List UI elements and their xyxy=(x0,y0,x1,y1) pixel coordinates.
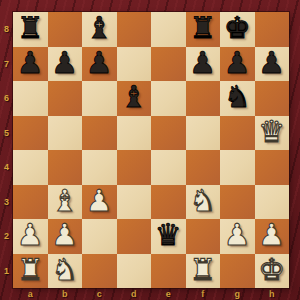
piece-black-rook[interactable]: ♜ xyxy=(17,11,44,46)
square-e8[interactable] xyxy=(151,12,186,47)
piece-black-king[interactable]: ♚ xyxy=(224,11,251,46)
file-labels: abcdefgh xyxy=(13,288,289,300)
piece-white-rook[interactable]: ♜ xyxy=(189,253,216,288)
square-h3[interactable] xyxy=(255,185,290,220)
chess-board: ♜♝♜♚♟♟♟♟♟♟♝♞♛♝♟♞♟♟♛♟♟♜♞♜♚ xyxy=(13,12,289,288)
piece-white-pawn[interactable]: ♟ xyxy=(258,218,285,253)
square-a8[interactable]: ♜ xyxy=(13,12,48,47)
square-h4[interactable] xyxy=(255,150,290,185)
square-b1[interactable]: ♞ xyxy=(48,254,83,289)
piece-white-knight[interactable]: ♞ xyxy=(189,184,216,219)
rank-labels: 87654321 xyxy=(0,12,13,288)
square-b3[interactable]: ♝ xyxy=(48,185,83,220)
rank-label-6: 6 xyxy=(0,81,13,116)
rank-label-3: 3 xyxy=(0,185,13,220)
square-e4[interactable] xyxy=(151,150,186,185)
piece-black-pawn[interactable]: ♟ xyxy=(17,46,44,81)
piece-black-pawn[interactable]: ♟ xyxy=(189,46,216,81)
square-h8[interactable] xyxy=(255,12,290,47)
file-label-b: b xyxy=(48,288,83,300)
square-e7[interactable] xyxy=(151,47,186,82)
piece-white-queen[interactable]: ♛ xyxy=(258,115,285,150)
square-a3[interactable] xyxy=(13,185,48,220)
square-f4[interactable] xyxy=(186,150,221,185)
square-b6[interactable] xyxy=(48,81,83,116)
square-f3[interactable]: ♞ xyxy=(186,185,221,220)
square-d6[interactable]: ♝ xyxy=(117,81,152,116)
square-c7[interactable]: ♟ xyxy=(82,47,117,82)
rank-label-8: 8 xyxy=(0,12,13,47)
piece-white-pawn[interactable]: ♟ xyxy=(51,218,78,253)
square-h6[interactable] xyxy=(255,81,290,116)
rank-label-7: 7 xyxy=(0,47,13,82)
file-label-g: g xyxy=(220,288,255,300)
square-d5[interactable] xyxy=(117,116,152,151)
square-g5[interactable] xyxy=(220,116,255,151)
square-a2[interactable]: ♟ xyxy=(13,219,48,254)
square-c4[interactable] xyxy=(82,150,117,185)
chess-board-frame: 87654321 abcdefgh ♜♝♜♚♟♟♟♟♟♟♝♞♛♝♟♞♟♟♛♟♟♜… xyxy=(0,0,300,300)
rank-label-5: 5 xyxy=(0,116,13,151)
square-f7[interactable]: ♟ xyxy=(186,47,221,82)
file-label-d: d xyxy=(117,288,152,300)
piece-black-knight[interactable]: ♞ xyxy=(224,80,251,115)
square-b2[interactable]: ♟ xyxy=(48,219,83,254)
square-g6[interactable]: ♞ xyxy=(220,81,255,116)
square-g4[interactable] xyxy=(220,150,255,185)
square-b5[interactable] xyxy=(48,116,83,151)
square-a6[interactable] xyxy=(13,81,48,116)
square-b4[interactable] xyxy=(48,150,83,185)
square-h1[interactable]: ♚ xyxy=(255,254,290,289)
square-h2[interactable]: ♟ xyxy=(255,219,290,254)
square-b8[interactable] xyxy=(48,12,83,47)
piece-black-pawn[interactable]: ♟ xyxy=(224,46,251,81)
square-e3[interactable] xyxy=(151,185,186,220)
square-c2[interactable] xyxy=(82,219,117,254)
square-c6[interactable] xyxy=(82,81,117,116)
square-g2[interactable]: ♟ xyxy=(220,219,255,254)
square-f2[interactable] xyxy=(186,219,221,254)
square-f6[interactable] xyxy=(186,81,221,116)
piece-white-knight[interactable]: ♞ xyxy=(51,253,78,288)
square-a4[interactable] xyxy=(13,150,48,185)
piece-white-pawn[interactable]: ♟ xyxy=(17,218,44,253)
square-f1[interactable]: ♜ xyxy=(186,254,221,289)
square-d2[interactable] xyxy=(117,219,152,254)
square-g8[interactable]: ♚ xyxy=(220,12,255,47)
square-b7[interactable]: ♟ xyxy=(48,47,83,82)
square-a1[interactable]: ♜ xyxy=(13,254,48,289)
square-h5[interactable]: ♛ xyxy=(255,116,290,151)
piece-black-bishop[interactable]: ♝ xyxy=(86,11,113,46)
piece-black-bishop[interactable]: ♝ xyxy=(120,80,147,115)
piece-white-pawn[interactable]: ♟ xyxy=(224,218,251,253)
piece-black-pawn[interactable]: ♟ xyxy=(86,46,113,81)
piece-black-pawn[interactable]: ♟ xyxy=(51,46,78,81)
rank-label-4: 4 xyxy=(0,150,13,185)
piece-white-bishop[interactable]: ♝ xyxy=(51,184,78,219)
file-label-e: e xyxy=(151,288,186,300)
square-c5[interactable] xyxy=(82,116,117,151)
square-e1[interactable] xyxy=(151,254,186,289)
square-c1[interactable] xyxy=(82,254,117,289)
piece-black-rook[interactable]: ♜ xyxy=(189,11,216,46)
square-d8[interactable] xyxy=(117,12,152,47)
square-g7[interactable]: ♟ xyxy=(220,47,255,82)
square-c3[interactable]: ♟ xyxy=(82,185,117,220)
piece-white-rook[interactable]: ♜ xyxy=(17,253,44,288)
square-a5[interactable] xyxy=(13,116,48,151)
square-g3[interactable] xyxy=(220,185,255,220)
file-label-h: h xyxy=(255,288,290,300)
square-g1[interactable] xyxy=(220,254,255,289)
square-d3[interactable] xyxy=(117,185,152,220)
square-d4[interactable] xyxy=(117,150,152,185)
square-e6[interactable] xyxy=(151,81,186,116)
square-f8[interactable]: ♜ xyxy=(186,12,221,47)
square-f5[interactable] xyxy=(186,116,221,151)
piece-black-queen[interactable]: ♛ xyxy=(155,218,182,253)
file-label-c: c xyxy=(82,288,117,300)
rank-label-2: 2 xyxy=(0,219,13,254)
file-label-f: f xyxy=(186,288,221,300)
file-label-a: a xyxy=(13,288,48,300)
piece-white-pawn[interactable]: ♟ xyxy=(86,184,113,219)
piece-white-king[interactable]: ♚ xyxy=(258,253,285,288)
piece-black-pawn[interactable]: ♟ xyxy=(258,46,285,81)
square-d7[interactable] xyxy=(117,47,152,82)
square-h7[interactable]: ♟ xyxy=(255,47,290,82)
square-c8[interactable]: ♝ xyxy=(82,12,117,47)
square-d1[interactable] xyxy=(117,254,152,289)
rank-label-1: 1 xyxy=(0,254,13,289)
square-e2[interactable]: ♛ xyxy=(151,219,186,254)
square-a7[interactable]: ♟ xyxy=(13,47,48,82)
square-e5[interactable] xyxy=(151,116,186,151)
